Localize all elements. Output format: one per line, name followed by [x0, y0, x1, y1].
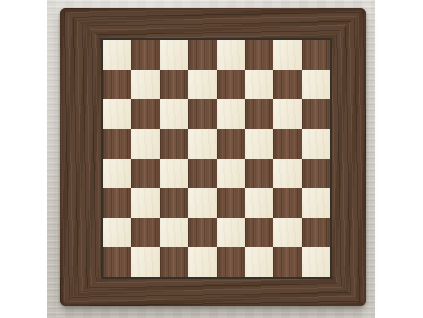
square-h1: [302, 247, 330, 277]
board-frame-top-rail: [60, 8, 366, 38]
square-a3: [103, 188, 131, 218]
square-g1: [273, 247, 301, 277]
square-b6: [131, 99, 159, 129]
square-e5: [217, 129, 245, 159]
square-c7: [160, 70, 188, 100]
square-e7: [217, 70, 245, 100]
square-b1: [131, 247, 159, 277]
square-a5: [103, 129, 131, 159]
square-f3: [245, 188, 273, 218]
square-h4: [302, 159, 330, 189]
square-g2: [273, 218, 301, 248]
square-f6: [245, 99, 273, 129]
square-d2: [188, 218, 216, 248]
square-c5: [160, 129, 188, 159]
square-d3: [188, 188, 216, 218]
square-d7: [188, 70, 216, 100]
square-c2: [160, 218, 188, 248]
square-e6: [217, 99, 245, 129]
square-a7: [103, 70, 131, 100]
wood-floor-background: [47, 0, 375, 318]
board-frame-right-rail: [332, 8, 366, 306]
square-h6: [302, 99, 330, 129]
square-b8: [131, 40, 159, 70]
square-a2: [103, 218, 131, 248]
board-frame-left-rail: [60, 8, 101, 306]
square-f7: [245, 70, 273, 100]
square-f2: [245, 218, 273, 248]
square-g3: [273, 188, 301, 218]
square-d5: [188, 129, 216, 159]
square-d6: [188, 99, 216, 129]
square-b5: [131, 129, 159, 159]
square-c4: [160, 159, 188, 189]
square-f1: [245, 247, 273, 277]
square-d1: [188, 247, 216, 277]
square-c3: [160, 188, 188, 218]
square-f8: [245, 40, 273, 70]
square-g4: [273, 159, 301, 189]
square-e3: [217, 188, 245, 218]
board-frame-bottom-rail: [60, 279, 366, 306]
square-d8: [188, 40, 216, 70]
board-playing-area: [101, 38, 332, 279]
square-c1: [160, 247, 188, 277]
product-photo-canvas: [0, 0, 423, 318]
square-b3: [131, 188, 159, 218]
square-a6: [103, 99, 131, 129]
square-c8: [160, 40, 188, 70]
square-b4: [131, 159, 159, 189]
square-h7: [302, 70, 330, 100]
square-c6: [160, 99, 188, 129]
square-h8: [302, 40, 330, 70]
square-g6: [273, 99, 301, 129]
square-b7: [131, 70, 159, 100]
square-h3: [302, 188, 330, 218]
square-f5: [245, 129, 273, 159]
square-h2: [302, 218, 330, 248]
square-a4: [103, 159, 131, 189]
square-e2: [217, 218, 245, 248]
square-g5: [273, 129, 301, 159]
square-b2: [131, 218, 159, 248]
square-d4: [188, 159, 216, 189]
board-grid: [103, 40, 330, 277]
square-e1: [217, 247, 245, 277]
square-e4: [217, 159, 245, 189]
square-f4: [245, 159, 273, 189]
square-a8: [103, 40, 131, 70]
chess-board: [60, 8, 366, 306]
square-g7: [273, 70, 301, 100]
square-h5: [302, 129, 330, 159]
square-g8: [273, 40, 301, 70]
square-a1: [103, 247, 131, 277]
square-e8: [217, 40, 245, 70]
